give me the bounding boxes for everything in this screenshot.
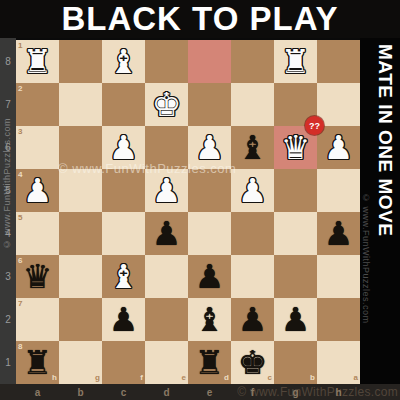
square-f7: ♟ — [102, 298, 145, 341]
square-e6 — [145, 255, 188, 298]
outer-file-labels: abcdefgh — [16, 384, 360, 400]
square-h3: 3 — [16, 126, 59, 169]
black-bishop-piece: ♝ — [231, 126, 274, 169]
square-b8: b — [274, 341, 317, 384]
black-pawn-piece: ♟ — [317, 212, 360, 255]
file-label: b — [59, 384, 102, 400]
square-d1 — [188, 40, 231, 83]
square-a1 — [317, 40, 360, 83]
square-c2 — [231, 83, 274, 126]
rank-label: 3 — [0, 255, 16, 298]
inner-file-label: a — [354, 374, 358, 382]
square-f1: ♝ — [102, 40, 145, 83]
square-c3: ♝ — [231, 126, 274, 169]
file-label: f — [231, 384, 274, 400]
square-f2 — [102, 83, 145, 126]
white-pawn-piece: ♟ — [231, 169, 274, 212]
square-h5: 5 — [16, 212, 59, 255]
square-b5 — [274, 212, 317, 255]
square-a7 — [317, 298, 360, 341]
inner-file-label: h — [52, 374, 57, 382]
square-d8: d♜ — [188, 341, 231, 384]
square-f8: f — [102, 341, 145, 384]
inner-file-label: f — [140, 374, 143, 382]
black-pawn-piece: ♟ — [145, 212, 188, 255]
inner-file-label: b — [310, 374, 315, 382]
square-b6 — [274, 255, 317, 298]
page-title: BLACK TO PLAY — [0, 0, 400, 38]
square-h6: 6♛ — [16, 255, 59, 298]
rank-label: 7 — [0, 83, 16, 126]
black-pawn-piece: ♟ — [188, 255, 231, 298]
rank-label: 1 — [0, 341, 16, 384]
white-bishop-piece: ♝ — [102, 40, 145, 83]
square-d2 — [188, 83, 231, 126]
square-h1: 1♜ — [16, 40, 59, 83]
file-label: d — [145, 384, 188, 400]
square-g8: g — [59, 341, 102, 384]
square-c1 — [231, 40, 274, 83]
square-f6: ♝ — [102, 255, 145, 298]
square-h2: 2 — [16, 83, 59, 126]
square-a4 — [317, 169, 360, 212]
square-h7: 7 — [16, 298, 59, 341]
square-g5 — [59, 212, 102, 255]
square-b4 — [274, 169, 317, 212]
inner-file-label: c — [268, 374, 272, 382]
inner-rank-label: 3 — [18, 128, 22, 136]
inner-file-label: e — [182, 374, 186, 382]
rank-label: 6 — [0, 126, 16, 169]
square-e7 — [145, 298, 188, 341]
square-a8: a — [317, 341, 360, 384]
white-king-piece: ♚ — [145, 83, 188, 126]
inner-rank-label: 6 — [18, 257, 22, 265]
rank-label: 8 — [0, 40, 16, 83]
square-a5: ♟ — [317, 212, 360, 255]
inner-rank-label: 1 — [18, 42, 22, 50]
square-d7: ♝ — [188, 298, 231, 341]
square-g2 — [59, 83, 102, 126]
square-c8: c♚ — [231, 341, 274, 384]
file-label: c — [102, 384, 145, 400]
rank-label: 4 — [0, 212, 16, 255]
file-label: e — [188, 384, 231, 400]
square-c5 — [231, 212, 274, 255]
inner-rank-label: 4 — [18, 171, 22, 179]
square-e2: ♚ — [145, 83, 188, 126]
rank-label: 2 — [0, 298, 16, 341]
square-f5 — [102, 212, 145, 255]
watermark-right: © www.FunWithPuzzles.com — [361, 193, 371, 324]
file-label: a — [16, 384, 59, 400]
white-bishop-piece: ♝ — [102, 255, 145, 298]
square-e5: ♟ — [145, 212, 188, 255]
square-e8: e — [145, 341, 188, 384]
white-pawn-piece: ♟ — [317, 126, 360, 169]
square-d6: ♟ — [188, 255, 231, 298]
square-h4: 4♟ — [16, 169, 59, 212]
square-g6 — [59, 255, 102, 298]
file-label: h — [317, 384, 360, 400]
black-pawn-piece: ♟ — [231, 298, 274, 341]
blunder-badge-icon: ?? — [305, 116, 324, 135]
square-g1 — [59, 40, 102, 83]
black-bishop-piece: ♝ — [188, 298, 231, 341]
square-a2 — [317, 83, 360, 126]
square-a3: ♟ — [317, 126, 360, 169]
square-g7 — [59, 298, 102, 341]
file-label: g — [274, 384, 317, 400]
inner-rank-label: 5 — [18, 214, 22, 222]
blunder-badge-text: ?? — [309, 121, 320, 131]
black-pawn-piece: ♟ — [274, 298, 317, 341]
square-c6 — [231, 255, 274, 298]
chess-puzzle-image: BLACK TO PLAY 1♜♝♜2♚3♟♟♝♛♟4♟♟♟5♟♟6♛♝♟7♟♝… — [0, 0, 400, 400]
inner-file-label: g — [95, 374, 100, 382]
outer-rank-labels: 87654321 — [0, 40, 16, 384]
watermark-board: © www.FunWithPuzzles.com — [58, 161, 236, 176]
square-a6 — [317, 255, 360, 298]
square-e1 — [145, 40, 188, 83]
inner-rank-label: 7 — [18, 300, 22, 308]
square-c7: ♟ — [231, 298, 274, 341]
inner-rank-label: 8 — [18, 343, 22, 351]
chess-board: 1♜♝♜2♚3♟♟♝♛♟4♟♟♟5♟♟6♛♝♟7♟♝♟♟8h♜gfed♜c♚ba — [16, 40, 360, 384]
black-pawn-piece: ♟ — [102, 298, 145, 341]
rank-label: 5 — [0, 169, 16, 212]
inner-rank-label: 2 — [18, 85, 22, 93]
white-rook-piece: ♜ — [274, 40, 317, 83]
square-c4: ♟ — [231, 169, 274, 212]
square-h8: 8h♜ — [16, 341, 59, 384]
square-d5 — [188, 212, 231, 255]
inner-file-label: d — [224, 374, 229, 382]
square-b7: ♟ — [274, 298, 317, 341]
square-b1: ♜ — [274, 40, 317, 83]
